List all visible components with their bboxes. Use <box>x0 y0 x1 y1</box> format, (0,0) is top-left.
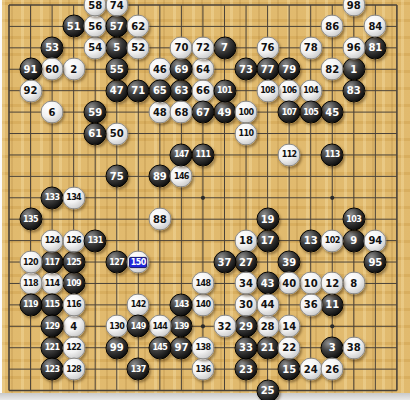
stone-white-8: 8 <box>342 272 365 295</box>
stone-black-125: 125 <box>62 251 85 274</box>
stone-black-37: 37 <box>213 251 236 274</box>
stone-white-116: 116 <box>62 293 85 316</box>
stone-black-7: 7 <box>213 36 236 59</box>
stone-black-75: 75 <box>105 165 128 188</box>
stone-black-123: 123 <box>41 358 64 381</box>
stone-white-36: 36 <box>299 293 322 316</box>
go-board-window: 1234567891011121314151718192122232425262… <box>0 0 410 400</box>
stone-black-113: 113 <box>321 143 344 166</box>
stone-black-111: 111 <box>191 143 214 166</box>
stone-black-103: 103 <box>342 208 365 231</box>
stone-white-56: 56 <box>84 15 107 38</box>
star-point <box>330 324 334 328</box>
stone-white-104: 104 <box>299 79 322 102</box>
stone-black-107: 107 <box>278 101 301 124</box>
stone-black-147: 147 <box>170 143 193 166</box>
stone-black-33: 33 <box>235 336 258 359</box>
stone-black-27: 27 <box>235 251 258 274</box>
stone-black-67: 67 <box>191 101 214 124</box>
stone-white-18: 18 <box>235 229 258 252</box>
stone-black-133: 133 <box>41 186 64 209</box>
stone-black-145: 145 <box>148 336 171 359</box>
stone-white-126: 126 <box>62 229 85 252</box>
stone-white-24: 24 <box>299 358 322 381</box>
stone-black-65: 65 <box>148 79 171 102</box>
stone-white-4: 4 <box>62 315 85 338</box>
stone-black-61: 61 <box>84 122 107 145</box>
stone-black-95: 95 <box>364 251 387 274</box>
stone-black-45: 45 <box>321 101 344 124</box>
stone-white-6: 6 <box>41 101 64 124</box>
stone-white-82: 82 <box>321 58 344 81</box>
stone-black-19: 19 <box>256 208 279 231</box>
stone-black-43: 43 <box>256 272 279 295</box>
stone-black-101: 101 <box>213 79 236 102</box>
stone-white-62: 62 <box>127 15 150 38</box>
stone-white-92: 92 <box>19 79 42 102</box>
star-point <box>201 324 205 328</box>
stone-white-70: 70 <box>170 36 193 59</box>
stone-black-129: 129 <box>41 315 64 338</box>
stone-black-143: 143 <box>170 293 193 316</box>
stone-black-69: 69 <box>170 58 193 81</box>
stone-black-51: 51 <box>62 15 85 38</box>
stone-black-91: 91 <box>19 58 42 81</box>
stone-black-127: 127 <box>105 251 128 274</box>
stone-white-2: 2 <box>62 58 85 81</box>
stone-white-22: 22 <box>278 336 301 359</box>
stone-white-150: 150 <box>127 251 150 274</box>
stone-white-38: 38 <box>342 336 365 359</box>
stone-white-136: 136 <box>191 358 214 381</box>
stone-white-86: 86 <box>321 15 344 38</box>
stone-black-105: 105 <box>299 101 322 124</box>
stone-white-94: 94 <box>364 229 387 252</box>
stone-black-15: 15 <box>278 358 301 381</box>
stone-black-17: 17 <box>256 229 279 252</box>
stone-white-146: 146 <box>170 165 193 188</box>
stone-black-149: 149 <box>127 315 150 338</box>
stone-white-142: 142 <box>127 293 150 316</box>
stone-white-122: 122 <box>62 336 85 359</box>
stone-black-9: 9 <box>342 229 365 252</box>
star-point <box>201 196 205 200</box>
stone-black-89: 89 <box>148 165 171 188</box>
stone-white-12: 12 <box>321 272 344 295</box>
stone-white-112: 112 <box>278 143 301 166</box>
stone-black-135: 135 <box>19 208 42 231</box>
window-bottom-edge <box>0 393 410 400</box>
stone-white-54: 54 <box>84 36 107 59</box>
stone-black-99: 99 <box>105 336 128 359</box>
stone-white-88: 88 <box>148 208 171 231</box>
stone-white-44: 44 <box>256 293 279 316</box>
stone-white-130: 130 <box>105 315 128 338</box>
stone-white-50: 50 <box>105 122 128 145</box>
stone-white-48: 48 <box>148 101 171 124</box>
stone-black-39: 39 <box>278 251 301 274</box>
stone-black-29: 29 <box>235 315 258 338</box>
stone-white-28: 28 <box>256 315 279 338</box>
stone-white-138: 138 <box>191 336 214 359</box>
stone-black-115: 115 <box>41 293 64 316</box>
stone-black-13: 13 <box>299 229 322 252</box>
go-board[interactable]: 1234567891011121314151718192122232425262… <box>2 0 410 393</box>
stone-black-131: 131 <box>84 229 107 252</box>
stone-black-1: 1 <box>342 58 365 81</box>
stone-white-114: 114 <box>41 272 64 295</box>
stone-white-96: 96 <box>342 36 365 59</box>
stone-white-60: 60 <box>41 58 64 81</box>
stone-white-134: 134 <box>62 186 85 209</box>
stone-white-108: 108 <box>256 79 279 102</box>
stone-black-81: 81 <box>364 36 387 59</box>
stone-black-5: 5 <box>105 36 128 59</box>
stone-black-117: 117 <box>41 251 64 274</box>
stone-white-14: 14 <box>278 315 301 338</box>
stone-black-11: 11 <box>321 293 344 316</box>
stone-black-73: 73 <box>235 58 258 81</box>
stone-black-139: 139 <box>170 315 193 338</box>
stone-black-53: 53 <box>41 36 64 59</box>
stone-black-121: 121 <box>41 336 64 359</box>
stone-white-32: 32 <box>213 315 236 338</box>
stone-white-72: 72 <box>191 36 214 59</box>
stone-white-84: 84 <box>364 15 387 38</box>
stone-white-144: 144 <box>148 315 171 338</box>
stone-white-124: 124 <box>41 229 64 252</box>
stone-black-71: 71 <box>127 79 150 102</box>
stone-white-78: 78 <box>299 36 322 59</box>
stone-black-55: 55 <box>105 58 128 81</box>
stone-white-52: 52 <box>127 36 150 59</box>
stone-black-49: 49 <box>213 101 236 124</box>
stone-black-109: 109 <box>62 272 85 295</box>
stone-black-97: 97 <box>170 336 193 359</box>
stone-white-106: 106 <box>278 79 301 102</box>
stone-black-25: 25 <box>256 379 279 400</box>
stone-black-77: 77 <box>256 58 279 81</box>
stone-white-140: 140 <box>191 293 214 316</box>
stone-white-40: 40 <box>278 272 301 295</box>
stone-black-23: 23 <box>235 358 258 381</box>
stone-black-79: 79 <box>278 58 301 81</box>
stone-white-110: 110 <box>235 122 258 145</box>
stone-white-66: 66 <box>191 79 214 102</box>
stone-black-119: 119 <box>19 293 42 316</box>
stone-white-34: 34 <box>235 272 258 295</box>
stone-black-59: 59 <box>84 101 107 124</box>
stone-white-10: 10 <box>299 272 322 295</box>
stone-white-64: 64 <box>191 58 214 81</box>
last-move-highlight: 150 <box>130 257 147 267</box>
stone-black-3: 3 <box>321 336 344 359</box>
stone-white-120: 120 <box>19 251 42 274</box>
stone-white-118: 118 <box>19 272 42 295</box>
stone-white-148: 148 <box>191 272 214 295</box>
stone-black-47: 47 <box>105 79 128 102</box>
star-point <box>330 196 334 200</box>
stone-black-137: 137 <box>127 358 150 381</box>
stone-white-100: 100 <box>235 101 258 124</box>
stone-white-102: 102 <box>321 229 344 252</box>
stone-black-57: 57 <box>105 15 128 38</box>
stone-white-46: 46 <box>148 58 171 81</box>
stone-white-26: 26 <box>321 358 344 381</box>
stone-white-128: 128 <box>62 358 85 381</box>
window-left-edge <box>0 0 2 400</box>
stone-white-30: 30 <box>235 293 258 316</box>
stone-white-76: 76 <box>256 36 279 59</box>
stone-black-63: 63 <box>170 79 193 102</box>
stone-black-21: 21 <box>256 336 279 359</box>
stone-white-68: 68 <box>170 101 193 124</box>
stone-black-83: 83 <box>342 79 365 102</box>
